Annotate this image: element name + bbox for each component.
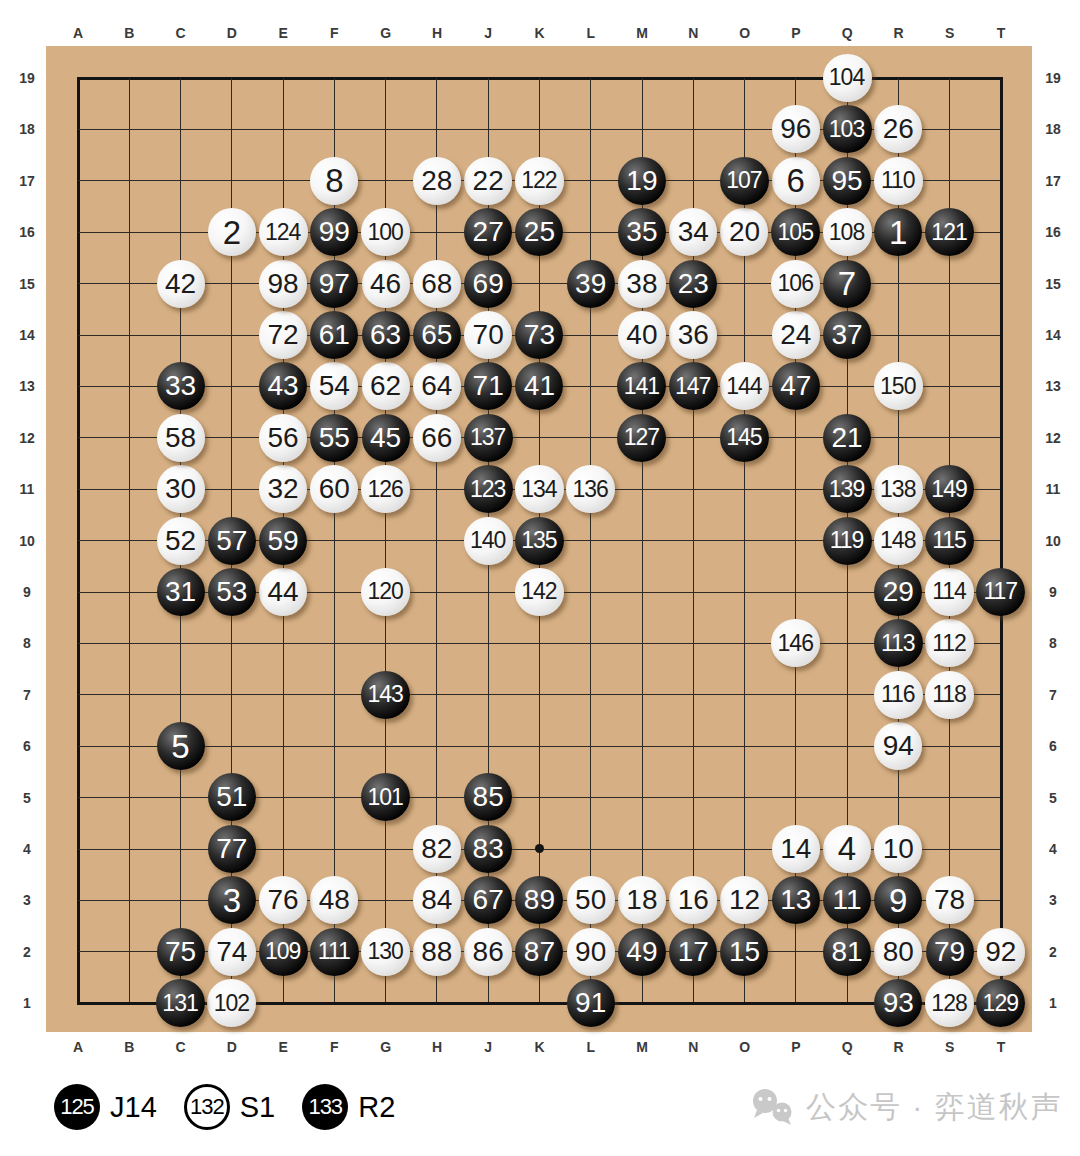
stone-G13-move-62: 62: [362, 362, 410, 410]
stone-D3-move-3: 3: [208, 876, 256, 924]
stone-M12-move-127: 127: [617, 414, 666, 462]
stone-R4-move-10: 10: [874, 825, 922, 873]
coord-label-bottom-M: M: [636, 1039, 648, 1055]
stone-E3-move-76: 76: [259, 876, 307, 924]
watermark-text: 公众号 · 弈道秋声: [806, 1087, 1063, 1128]
stone-T2-move-92: 92: [977, 928, 1025, 976]
stone-Q4-move-4: 4: [823, 825, 871, 873]
stone-T9-move-117: 117: [976, 568, 1025, 616]
stone-D2-move-74: 74: [208, 928, 256, 976]
stone-P4-move-14: 14: [772, 825, 820, 873]
stone-H12-move-66: 66: [413, 414, 461, 462]
coord-label-bottom-C: C: [175, 1039, 185, 1055]
stone-S3-move-78: 78: [926, 876, 974, 924]
stone-K3-move-89: 89: [515, 876, 563, 924]
stone-R1-move-93: 93: [874, 979, 922, 1027]
stone-C6-move-5: 5: [157, 722, 205, 770]
stone-E10-move-59: 59: [259, 517, 307, 565]
stone-R18-move-26: 26: [874, 105, 922, 153]
stone-N14-move-36: 36: [669, 311, 717, 359]
stone-H2-move-88: 88: [413, 928, 461, 976]
stone-L1-move-91: 91: [567, 979, 615, 1027]
stone-S8-move-112: 112: [925, 619, 974, 667]
stone-C11-move-30: 30: [157, 465, 205, 513]
stone-D1-move-102: 102: [207, 979, 256, 1027]
stone-J12-move-137: 137: [464, 414, 513, 462]
coord-label-top-B: B: [124, 25, 134, 41]
stone-Q12-move-21: 21: [823, 414, 871, 462]
stone-F15-move-97: 97: [310, 260, 358, 308]
coord-label-top-L: L: [587, 25, 596, 41]
stone-P14-move-24: 24: [772, 311, 820, 359]
coord-label-left-10: 10: [19, 533, 35, 549]
stone-F2-move-111: 111: [310, 928, 359, 976]
stone-S2-move-79: 79: [926, 928, 974, 976]
coord-label-top-M: M: [636, 25, 648, 41]
coord-label-right-19: 19: [1045, 70, 1061, 86]
stone-K10-move-135: 135: [515, 517, 564, 565]
stone-H3-move-84: 84: [413, 876, 461, 924]
stone-P16-move-105: 105: [771, 208, 820, 256]
stone-M13-move-141: 141: [617, 362, 666, 410]
stone-D16-move-2: 2: [208, 208, 256, 256]
stone-E13-move-43: 43: [259, 362, 307, 410]
coord-label-top-K: K: [534, 25, 544, 41]
stone-F12-move-55: 55: [310, 414, 358, 462]
stone-F3-move-48: 48: [310, 876, 358, 924]
coord-label-top-H: H: [432, 25, 442, 41]
coord-label-right-3: 3: [1049, 892, 1057, 908]
coord-label-right-17: 17: [1045, 173, 1061, 189]
coord-label-top-E: E: [278, 25, 287, 41]
stone-G9-move-120: 120: [361, 568, 410, 616]
stone-M15-move-38: 38: [618, 260, 666, 308]
stone-C1-move-131: 131: [156, 979, 205, 1027]
coord-label-top-D: D: [227, 25, 237, 41]
coord-label-right-5: 5: [1049, 790, 1057, 806]
stone-S16-move-121: 121: [925, 208, 974, 256]
stone-K11-move-134: 134: [515, 465, 564, 513]
coord-label-top-G: G: [380, 25, 391, 41]
stone-K16-move-25: 25: [515, 208, 563, 256]
coord-label-right-10: 10: [1045, 533, 1061, 549]
coord-label-bottom-J: J: [484, 1039, 492, 1055]
stone-J14-move-70: 70: [464, 311, 512, 359]
coord-label-bottom-S: S: [945, 1039, 954, 1055]
stone-J11-move-123: 123: [464, 465, 513, 513]
stone-G7-move-143: 143: [361, 671, 410, 719]
stone-H13-move-64: 64: [413, 362, 461, 410]
legend-stone-white-132: 132: [184, 1084, 230, 1130]
stone-K14-move-73: 73: [515, 311, 563, 359]
coord-label-right-8: 8: [1049, 635, 1057, 651]
stone-E2-move-109: 109: [259, 928, 308, 976]
coord-label-bottom-D: D: [227, 1039, 237, 1055]
stone-S11-move-149: 149: [925, 465, 974, 513]
stone-J15-move-69: 69: [464, 260, 512, 308]
legend-stone-black-133: 133: [302, 1084, 348, 1130]
stone-C2-move-75: 75: [157, 928, 205, 976]
coord-label-bottom-Q: Q: [842, 1039, 853, 1055]
stone-S1-move-128: 128: [925, 979, 974, 1027]
stone-D4-move-77: 77: [208, 825, 256, 873]
stone-L11-move-136: 136: [566, 465, 615, 513]
stone-G15-move-46: 46: [362, 260, 410, 308]
stone-O12-move-145: 145: [720, 414, 769, 462]
stone-C10-move-52: 52: [157, 517, 205, 565]
stone-R17-move-110: 110: [874, 157, 923, 205]
coord-label-top-Q: Q: [842, 25, 853, 41]
stone-R3-move-9: 9: [874, 876, 922, 924]
stone-R2-move-80: 80: [874, 928, 922, 976]
coord-label-bottom-F: F: [330, 1039, 339, 1055]
stone-J4-move-83: 83: [464, 825, 512, 873]
stone-H4-move-82: 82: [413, 825, 461, 873]
stone-J10-move-140: 140: [464, 517, 513, 565]
stone-Q18-move-103: 103: [823, 105, 872, 153]
stone-M2-move-49: 49: [618, 928, 666, 976]
coord-label-right-13: 13: [1045, 378, 1061, 394]
stone-G5-move-101: 101: [361, 773, 410, 821]
coord-label-top-O: O: [739, 25, 750, 41]
stone-K13-move-41: 41: [515, 362, 563, 410]
stone-J17-move-22: 22: [464, 157, 512, 205]
coord-label-right-6: 6: [1049, 738, 1057, 754]
stone-N15-move-23: 23: [669, 260, 717, 308]
coord-label-bottom-P: P: [791, 1039, 800, 1055]
coord-label-left-15: 15: [19, 276, 35, 292]
stone-L3-move-50: 50: [567, 876, 615, 924]
stone-E14-move-72: 72: [259, 311, 307, 359]
stone-M14-move-40: 40: [618, 311, 666, 359]
legend-stone-black-125: 125: [54, 1084, 100, 1130]
stone-F14-move-61: 61: [310, 311, 358, 359]
stone-M16-move-35: 35: [618, 208, 666, 256]
stone-J13-move-71: 71: [464, 362, 512, 410]
stone-Q19-move-104: 104: [823, 54, 872, 102]
legend-entry-125: 125 J14: [54, 1084, 157, 1130]
stone-G11-move-126: 126: [361, 465, 410, 513]
coord-label-top-A: A: [73, 25, 83, 41]
stone-P3-move-13: 13: [772, 876, 820, 924]
stone-J5-move-85: 85: [464, 773, 512, 821]
coord-label-right-1: 1: [1049, 995, 1057, 1011]
stone-L2-move-90: 90: [567, 928, 615, 976]
coord-label-left-12: 12: [19, 430, 35, 446]
coord-label-left-4: 4: [23, 841, 31, 857]
go-kifu-diagram: 1234567891011121314151617181920212223242…: [0, 0, 1080, 1156]
stone-Q14-move-37: 37: [823, 311, 871, 359]
legend-point-label-133: R2: [358, 1091, 395, 1124]
coord-label-left-18: 18: [19, 121, 35, 137]
stone-N13-move-147: 147: [669, 362, 718, 410]
stone-E15-move-98: 98: [259, 260, 307, 308]
coord-label-left-17: 17: [19, 173, 35, 189]
stone-H14-move-65: 65: [413, 311, 461, 359]
stone-P17-move-6: 6: [772, 157, 820, 205]
coord-label-top-S: S: [945, 25, 954, 41]
stone-Q15-move-7: 7: [823, 260, 871, 308]
coord-label-bottom-N: N: [688, 1039, 698, 1055]
stone-R7-move-116: 116: [874, 671, 923, 719]
stone-R6-move-94: 94: [874, 722, 922, 770]
stone-G16-move-100: 100: [361, 208, 410, 256]
stone-H15-move-68: 68: [413, 260, 461, 308]
coord-label-left-19: 19: [19, 70, 35, 86]
coord-label-top-F: F: [330, 25, 339, 41]
coord-label-right-9: 9: [1049, 584, 1057, 600]
stone-G12-move-45: 45: [362, 414, 410, 462]
stone-P18-move-96: 96: [772, 105, 820, 153]
stone-S7-move-118: 118: [925, 671, 974, 719]
coord-label-bottom-L: L: [587, 1039, 596, 1055]
stone-R16-move-1: 1: [874, 208, 922, 256]
stone-P13-move-47: 47: [772, 362, 820, 410]
coord-label-left-3: 3: [23, 892, 31, 908]
stone-C9-move-31: 31: [157, 568, 205, 616]
coord-label-top-C: C: [175, 25, 185, 41]
stone-R11-move-138: 138: [874, 465, 923, 513]
coord-label-right-15: 15: [1045, 276, 1061, 292]
coord-label-left-8: 8: [23, 635, 31, 651]
stone-O3-move-12: 12: [720, 876, 768, 924]
stone-G14-move-63: 63: [362, 311, 410, 359]
coord-label-bottom-O: O: [739, 1039, 750, 1055]
stone-T1-move-129: 129: [976, 979, 1025, 1027]
stone-Q16-move-108: 108: [823, 208, 872, 256]
stone-E11-move-32: 32: [259, 465, 307, 513]
coord-label-left-13: 13: [19, 378, 35, 394]
coord-label-left-7: 7: [23, 687, 31, 703]
stone-R10-move-148: 148: [874, 517, 923, 565]
stone-M17-move-19: 19: [618, 157, 666, 205]
coord-label-bottom-R: R: [893, 1039, 903, 1055]
stone-J3-move-67: 67: [464, 876, 512, 924]
coord-label-right-2: 2: [1049, 944, 1057, 960]
stone-E16-move-124: 124: [259, 208, 308, 256]
stone-F16-move-99: 99: [310, 208, 358, 256]
stone-R9-move-29: 29: [874, 568, 922, 616]
stone-H17-move-28: 28: [413, 157, 461, 205]
stone-F11-move-60: 60: [310, 465, 358, 513]
stone-P15-move-106: 106: [771, 260, 820, 308]
coord-label-top-T: T: [997, 25, 1006, 41]
coord-label-bottom-A: A: [73, 1039, 83, 1055]
stone-Q2-move-81: 81: [823, 928, 871, 976]
stone-E12-move-56: 56: [259, 414, 307, 462]
stone-F17-move-8: 8: [310, 157, 358, 205]
stone-S10-move-115: 115: [925, 517, 974, 565]
coord-label-left-16: 16: [19, 224, 35, 240]
coord-label-left-9: 9: [23, 584, 31, 600]
stone-G2-move-130: 130: [361, 928, 410, 976]
coord-label-right-7: 7: [1049, 687, 1057, 703]
stone-N16-move-34: 34: [669, 208, 717, 256]
coord-label-bottom-H: H: [432, 1039, 442, 1055]
stone-L15-move-39: 39: [567, 260, 615, 308]
stone-D9-move-53: 53: [208, 568, 256, 616]
stone-R13-move-150: 150: [874, 362, 923, 410]
coord-label-right-16: 16: [1045, 224, 1061, 240]
stone-Q3-move-11: 11: [823, 876, 871, 924]
coord-label-right-18: 18: [1045, 121, 1061, 137]
coord-label-top-P: P: [791, 25, 800, 41]
stone-N2-move-17: 17: [669, 928, 717, 976]
stone-M3-move-18: 18: [618, 876, 666, 924]
stone-C15-move-42: 42: [157, 260, 205, 308]
stone-E9-move-44: 44: [259, 568, 307, 616]
stone-F13-move-54: 54: [310, 362, 358, 410]
coord-label-left-11: 11: [20, 481, 35, 497]
stone-Q10-move-119: 119: [823, 517, 872, 565]
legend-later-moves: 125 J14 132 S1 133 R2: [54, 1084, 422, 1130]
star-point-K4: [535, 844, 544, 853]
coord-label-bottom-T: T: [997, 1039, 1006, 1055]
coord-label-left-6: 6: [23, 738, 31, 754]
stone-Q11-move-139: 139: [823, 465, 872, 513]
coord-label-bottom-G: G: [380, 1039, 391, 1055]
coord-label-left-2: 2: [23, 944, 31, 960]
stone-O13-move-144: 144: [720, 362, 769, 410]
coord-label-bottom-K: K: [534, 1039, 544, 1055]
coord-label-top-R: R: [893, 25, 903, 41]
stone-N3-move-16: 16: [669, 876, 717, 924]
stone-C12-move-58: 58: [157, 414, 205, 462]
legend-entry-132: 132 S1: [184, 1084, 275, 1130]
stone-D5-move-51: 51: [208, 773, 256, 821]
stone-S9-move-114: 114: [925, 568, 974, 616]
legend-point-label-125: J14: [110, 1091, 157, 1124]
stone-K9-move-142: 142: [515, 568, 564, 616]
stone-J16-move-27: 27: [464, 208, 512, 256]
stone-D10-move-57: 57: [208, 517, 256, 565]
stone-Q17-move-95: 95: [823, 157, 871, 205]
coord-label-right-4: 4: [1049, 841, 1057, 857]
stone-J2-move-86: 86: [464, 928, 512, 976]
coord-label-bottom-E: E: [278, 1039, 287, 1055]
stone-O2-move-15: 15: [720, 928, 768, 976]
coord-label-top-N: N: [688, 25, 698, 41]
stone-K2-move-87: 87: [515, 928, 563, 976]
coord-label-left-5: 5: [23, 790, 31, 806]
legend-entry-133: 133 R2: [302, 1084, 395, 1130]
stones-grid: 1234567891011121314151617181920212223242…: [52, 52, 1026, 1028]
coord-label-left-1: 1: [23, 995, 31, 1011]
stone-O17-move-107: 107: [720, 157, 769, 205]
coord-label-right-11: 11: [1046, 481, 1061, 497]
coord-label-right-14: 14: [1045, 327, 1061, 343]
stone-O16-move-20: 20: [720, 208, 768, 256]
coord-label-left-14: 14: [19, 327, 35, 343]
legend-point-label-132: S1: [240, 1091, 275, 1124]
wechat-icon: [748, 1087, 796, 1127]
stone-C13-move-33: 33: [157, 362, 205, 410]
coord-label-top-J: J: [484, 25, 492, 41]
stone-K17-move-122: 122: [515, 157, 564, 205]
coord-label-bottom-B: B: [124, 1039, 134, 1055]
stone-P8-move-146: 146: [771, 619, 820, 667]
stone-R8-move-113: 113: [874, 619, 923, 667]
watermark: 公众号 · 弈道秋声: [748, 1086, 1063, 1128]
coord-label-right-12: 12: [1045, 430, 1061, 446]
